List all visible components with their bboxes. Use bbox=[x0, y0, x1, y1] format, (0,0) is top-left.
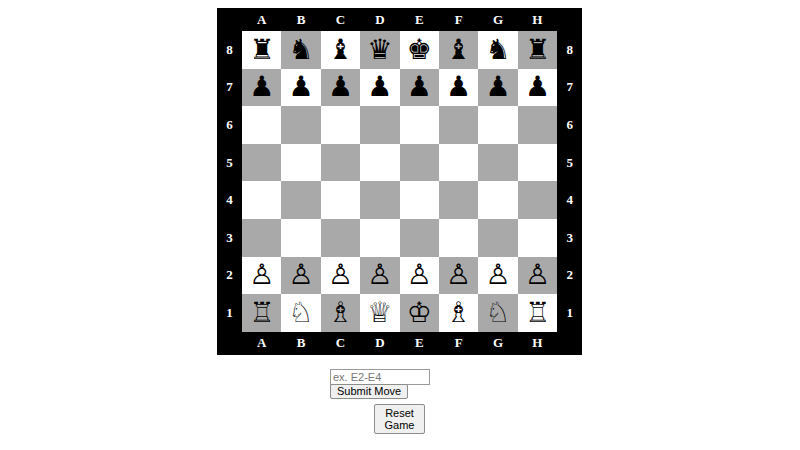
file-label-bottom-f: F bbox=[439, 332, 478, 355]
piece-white-pawn: ♙ bbox=[249, 261, 274, 289]
square-b8: ♞ bbox=[281, 31, 320, 69]
board-corner bbox=[217, 332, 242, 355]
square-f4 bbox=[439, 181, 478, 219]
piece-white-pawn: ♙ bbox=[328, 261, 353, 289]
piece-black-pawn: ♟ bbox=[328, 73, 353, 101]
file-label-top-c: C bbox=[321, 8, 360, 31]
file-label-bottom-h: H bbox=[518, 332, 557, 355]
square-f5 bbox=[439, 144, 478, 182]
square-b2: ♙ bbox=[281, 257, 320, 295]
square-a1: ♖ bbox=[242, 294, 281, 332]
piece-black-pawn: ♟ bbox=[289, 73, 314, 101]
square-g7: ♟ bbox=[478, 69, 517, 107]
square-d2: ♙ bbox=[360, 257, 399, 295]
rank-label-right-3: 3 bbox=[557, 219, 582, 257]
square-b7: ♟ bbox=[281, 69, 320, 107]
square-f1: ♗ bbox=[439, 294, 478, 332]
square-a4 bbox=[242, 181, 281, 219]
square-h4 bbox=[518, 181, 557, 219]
square-h5 bbox=[518, 144, 557, 182]
square-b5 bbox=[281, 144, 320, 182]
piece-white-rook: ♖ bbox=[249, 299, 274, 327]
rank-label-left-2: 2 bbox=[217, 257, 242, 295]
square-e8: ♚ bbox=[400, 31, 439, 69]
square-f3 bbox=[439, 219, 478, 257]
square-e3 bbox=[400, 219, 439, 257]
square-g6 bbox=[478, 106, 517, 144]
square-c4 bbox=[321, 181, 360, 219]
square-f6 bbox=[439, 106, 478, 144]
square-e4 bbox=[400, 181, 439, 219]
piece-white-rook: ♖ bbox=[525, 299, 550, 327]
square-g2: ♙ bbox=[478, 257, 517, 295]
piece-white-pawn: ♙ bbox=[289, 261, 314, 289]
piece-white-king: ♔ bbox=[407, 299, 432, 327]
piece-black-rook: ♜ bbox=[249, 36, 274, 64]
rank-label-left-6: 6 bbox=[217, 106, 242, 144]
file-label-bottom-a: A bbox=[242, 332, 281, 355]
square-a8: ♜ bbox=[242, 31, 281, 69]
square-e2: ♙ bbox=[400, 257, 439, 295]
piece-black-pawn: ♟ bbox=[407, 73, 432, 101]
square-h6 bbox=[518, 106, 557, 144]
move-input[interactable] bbox=[330, 369, 430, 385]
board-corner bbox=[557, 332, 582, 355]
square-g8: ♞ bbox=[478, 31, 517, 69]
chess-board: ABCDEFGH8♜♞♝♛♚♝♞♜87♟♟♟♟♟♟♟♟7665544332♙♙♙… bbox=[217, 8, 582, 355]
rank-label-right-8: 8 bbox=[557, 31, 582, 69]
square-c2: ♙ bbox=[321, 257, 360, 295]
piece-white-knight: ♘ bbox=[289, 299, 314, 327]
square-a5 bbox=[242, 144, 281, 182]
square-f7: ♟ bbox=[439, 69, 478, 107]
square-a2: ♙ bbox=[242, 257, 281, 295]
file-label-top-d: D bbox=[360, 8, 399, 31]
piece-black-pawn: ♟ bbox=[525, 73, 550, 101]
page: ABCDEFGH8♜♞♝♛♚♝♞♜87♟♟♟♟♟♟♟♟7665544332♙♙♙… bbox=[0, 0, 800, 450]
rank-label-left-7: 7 bbox=[217, 69, 242, 107]
piece-white-pawn: ♙ bbox=[407, 261, 432, 289]
square-h8: ♜ bbox=[518, 31, 557, 69]
piece-black-king: ♚ bbox=[407, 36, 432, 64]
square-g5 bbox=[478, 144, 517, 182]
rank-label-left-4: 4 bbox=[217, 181, 242, 219]
square-h3 bbox=[518, 219, 557, 257]
square-d7: ♟ bbox=[360, 69, 399, 107]
square-a7: ♟ bbox=[242, 69, 281, 107]
square-g3 bbox=[478, 219, 517, 257]
piece-black-pawn: ♟ bbox=[485, 73, 510, 101]
board-corner bbox=[557, 8, 582, 31]
square-d5 bbox=[360, 144, 399, 182]
rank-label-right-7: 7 bbox=[557, 69, 582, 107]
rank-label-right-6: 6 bbox=[557, 106, 582, 144]
file-label-top-h: H bbox=[518, 8, 557, 31]
rank-label-left-1: 1 bbox=[217, 294, 242, 332]
square-c8: ♝ bbox=[321, 31, 360, 69]
square-g4 bbox=[478, 181, 517, 219]
square-b6 bbox=[281, 106, 320, 144]
piece-white-bishop: ♗ bbox=[446, 299, 471, 327]
square-d3 bbox=[360, 219, 399, 257]
square-c3 bbox=[321, 219, 360, 257]
rank-label-right-5: 5 bbox=[557, 144, 582, 182]
square-a6 bbox=[242, 106, 281, 144]
square-e5 bbox=[400, 144, 439, 182]
square-a3 bbox=[242, 219, 281, 257]
square-g1: ♘ bbox=[478, 294, 517, 332]
square-c5 bbox=[321, 144, 360, 182]
file-label-bottom-e: E bbox=[400, 332, 439, 355]
file-label-bottom-b: B bbox=[281, 332, 320, 355]
square-e7: ♟ bbox=[400, 69, 439, 107]
piece-black-pawn: ♟ bbox=[367, 73, 392, 101]
square-b4 bbox=[281, 181, 320, 219]
submit-move-button[interactable]: Submit Move bbox=[330, 384, 408, 399]
file-label-bottom-c: C bbox=[321, 332, 360, 355]
piece-black-bishop: ♝ bbox=[446, 36, 471, 64]
file-label-top-f: F bbox=[439, 8, 478, 31]
square-f8: ♝ bbox=[439, 31, 478, 69]
piece-black-rook: ♜ bbox=[525, 36, 550, 64]
piece-black-pawn: ♟ bbox=[249, 73, 274, 101]
piece-white-pawn: ♙ bbox=[525, 261, 550, 289]
piece-white-pawn: ♙ bbox=[446, 261, 471, 289]
piece-black-pawn: ♟ bbox=[446, 73, 471, 101]
reset-game-button[interactable]: Reset Game bbox=[374, 404, 425, 434]
rank-label-left-5: 5 bbox=[217, 144, 242, 182]
square-b1: ♘ bbox=[281, 294, 320, 332]
square-h1: ♖ bbox=[518, 294, 557, 332]
square-c6 bbox=[321, 106, 360, 144]
square-f2: ♙ bbox=[439, 257, 478, 295]
piece-white-pawn: ♙ bbox=[367, 261, 392, 289]
rank-label-left-8: 8 bbox=[217, 31, 242, 69]
square-e6 bbox=[400, 106, 439, 144]
square-e1: ♔ bbox=[400, 294, 439, 332]
piece-black-bishop: ♝ bbox=[328, 36, 353, 64]
file-label-bottom-g: G bbox=[478, 332, 517, 355]
file-label-top-a: A bbox=[242, 8, 281, 31]
piece-black-knight: ♞ bbox=[289, 36, 314, 64]
file-label-top-g: G bbox=[478, 8, 517, 31]
square-d6 bbox=[360, 106, 399, 144]
square-d1: ♕ bbox=[360, 294, 399, 332]
piece-black-queen: ♛ bbox=[367, 36, 392, 64]
piece-white-pawn: ♙ bbox=[485, 261, 510, 289]
square-c1: ♗ bbox=[321, 294, 360, 332]
rank-label-right-4: 4 bbox=[557, 181, 582, 219]
file-label-top-b: B bbox=[281, 8, 320, 31]
rank-label-right-2: 2 bbox=[557, 257, 582, 295]
board-corner bbox=[217, 8, 242, 31]
file-label-top-e: E bbox=[400, 8, 439, 31]
square-b3 bbox=[281, 219, 320, 257]
square-h7: ♟ bbox=[518, 69, 557, 107]
rank-label-left-3: 3 bbox=[217, 219, 242, 257]
file-label-bottom-d: D bbox=[360, 332, 399, 355]
piece-white-queen: ♕ bbox=[367, 299, 392, 327]
piece-black-knight: ♞ bbox=[485, 36, 510, 64]
rank-label-right-1: 1 bbox=[557, 294, 582, 332]
square-c7: ♟ bbox=[321, 69, 360, 107]
square-d8: ♛ bbox=[360, 31, 399, 69]
square-d4 bbox=[360, 181, 399, 219]
piece-white-knight: ♘ bbox=[485, 299, 510, 327]
square-h2: ♙ bbox=[518, 257, 557, 295]
piece-white-bishop: ♗ bbox=[328, 299, 353, 327]
